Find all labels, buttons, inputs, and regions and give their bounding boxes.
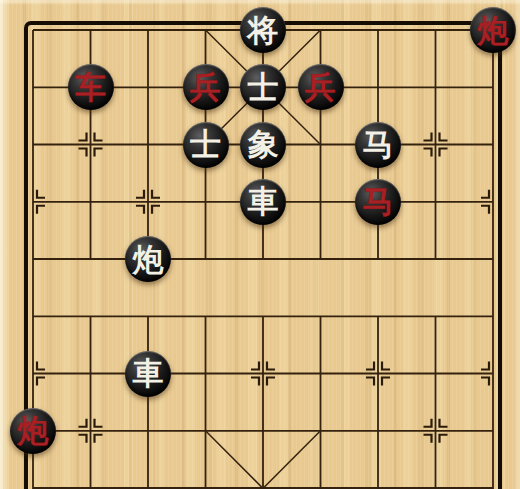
piece-red-chariot[interactable]: 车 — [68, 64, 114, 110]
piece-black-advisor-2[interactable]: 士 — [183, 122, 229, 168]
piece-black-general[interactable]: 将 — [240, 7, 286, 53]
piece-red-horse[interactable]: 马 — [355, 179, 401, 225]
piece-black-cannon[interactable]: 炮 — [125, 236, 171, 282]
piece-red-pawn-1[interactable]: 兵 — [183, 64, 229, 110]
piece-black-chariot-1[interactable]: 車 — [240, 179, 286, 225]
piece-black-chariot-2[interactable]: 車 — [125, 351, 171, 397]
piece-black-elephant[interactable]: 象 — [240, 122, 286, 168]
piece-red-pawn-2[interactable]: 兵 — [298, 64, 344, 110]
piece-black-advisor-1[interactable]: 士 — [240, 64, 286, 110]
piece-red-cannon-2[interactable]: 炮 — [10, 408, 56, 454]
piece-black-horse[interactable]: 马 — [355, 122, 401, 168]
piece-layer: 将炮车兵士兵士象马車马炮車炮 — [0, 0, 520, 489]
xiangqi-board[interactable]: 将炮车兵士兵士象马車马炮車炮 — [0, 0, 520, 489]
xiangqi-app-screen: 将炮车兵士兵士象马車马炮車炮 — [0, 0, 520, 489]
piece-red-cannon-1[interactable]: 炮 — [470, 7, 516, 53]
